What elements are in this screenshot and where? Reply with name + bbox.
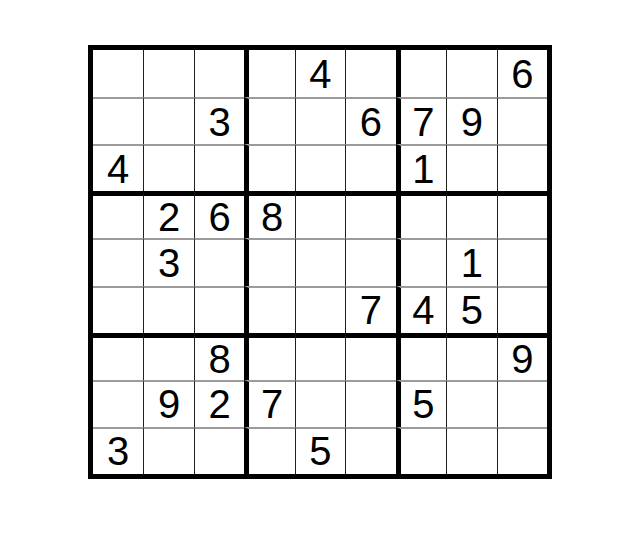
cell-r5c4[interactable] — [244, 238, 294, 285]
cell-r9c1: 3 — [93, 427, 143, 474]
cell-r1c5: 4 — [295, 50, 345, 97]
cell-r6c9[interactable] — [497, 286, 547, 333]
cell-r2c1[interactable] — [93, 97, 143, 144]
cell-r8c9[interactable] — [497, 380, 547, 427]
cell-r8c3: 2 — [194, 380, 244, 427]
cell-r6c2[interactable] — [143, 286, 193, 333]
cell-r3c2[interactable] — [143, 144, 193, 191]
cell-r4c4: 8 — [244, 191, 294, 238]
cell-r3c9[interactable] — [497, 144, 547, 191]
cell-r4c8[interactable] — [446, 191, 496, 238]
cell-r7c6[interactable] — [345, 333, 395, 380]
cell-r7c3: 8 — [194, 333, 244, 380]
cell-r8c6[interactable] — [345, 380, 395, 427]
cell-r2c5[interactable] — [295, 97, 345, 144]
cell-r5c2: 3 — [143, 238, 193, 285]
cell-r3c7: 1 — [396, 144, 446, 191]
cell-r5c1[interactable] — [93, 238, 143, 285]
cell-r5c6[interactable] — [345, 238, 395, 285]
cell-r9c6[interactable] — [345, 427, 395, 474]
cell-r1c4[interactable] — [244, 50, 294, 97]
cell-r8c1[interactable] — [93, 380, 143, 427]
cell-r5c7[interactable] — [396, 238, 446, 285]
cell-r4c6[interactable] — [345, 191, 395, 238]
cell-r7c8[interactable] — [446, 333, 496, 380]
cell-r7c9: 9 — [497, 333, 547, 380]
cell-r3c5[interactable] — [295, 144, 345, 191]
cell-r9c9[interactable] — [497, 427, 547, 474]
cell-r6c5[interactable] — [295, 286, 345, 333]
cell-r8c2: 9 — [143, 380, 193, 427]
cell-r6c1[interactable] — [93, 286, 143, 333]
cell-r4c9[interactable] — [497, 191, 547, 238]
cell-r1c9: 6 — [497, 50, 547, 97]
cell-r9c5: 5 — [295, 427, 345, 474]
cell-r9c8[interactable] — [446, 427, 496, 474]
cell-r5c9[interactable] — [497, 238, 547, 285]
cell-r4c2: 2 — [143, 191, 193, 238]
cell-r8c7: 5 — [396, 380, 446, 427]
cell-r4c7[interactable] — [396, 191, 446, 238]
cell-r1c3[interactable] — [194, 50, 244, 97]
cell-r5c3[interactable] — [194, 238, 244, 285]
cell-r1c7[interactable] — [396, 50, 446, 97]
sudoku-board: 463679412683174589927535 — [88, 45, 552, 479]
cell-r6c3[interactable] — [194, 286, 244, 333]
cell-r9c4[interactable] — [244, 427, 294, 474]
cell-r8c5[interactable] — [295, 380, 345, 427]
cell-r3c3[interactable] — [194, 144, 244, 191]
cell-r2c8: 9 — [446, 97, 496, 144]
cell-r7c4[interactable] — [244, 333, 294, 380]
cell-r9c7[interactable] — [396, 427, 446, 474]
cell-r1c8[interactable] — [446, 50, 496, 97]
cell-r5c5[interactable] — [295, 238, 345, 285]
cell-r3c8[interactable] — [446, 144, 496, 191]
cell-r9c2[interactable] — [143, 427, 193, 474]
cell-r7c1[interactable] — [93, 333, 143, 380]
cell-r2c3: 3 — [194, 97, 244, 144]
cell-r6c8: 5 — [446, 286, 496, 333]
cell-r6c4[interactable] — [244, 286, 294, 333]
cell-r2c9[interactable] — [497, 97, 547, 144]
cell-r7c7[interactable] — [396, 333, 446, 380]
cell-r1c1[interactable] — [93, 50, 143, 97]
cell-r4c5[interactable] — [295, 191, 345, 238]
cell-r2c2[interactable] — [143, 97, 193, 144]
cell-r9c3[interactable] — [194, 427, 244, 474]
cell-r7c2[interactable] — [143, 333, 193, 380]
cell-r2c7: 7 — [396, 97, 446, 144]
cell-r4c3: 6 — [194, 191, 244, 238]
cell-r2c4[interactable] — [244, 97, 294, 144]
cell-r6c7: 4 — [396, 286, 446, 333]
cell-r6c6: 7 — [345, 286, 395, 333]
cell-r5c8: 1 — [446, 238, 496, 285]
cell-r4c1[interactable] — [93, 191, 143, 238]
cell-r8c4: 7 — [244, 380, 294, 427]
cell-r1c2[interactable] — [143, 50, 193, 97]
cell-r8c8[interactable] — [446, 380, 496, 427]
cell-r7c5[interactable] — [295, 333, 345, 380]
cell-r1c6[interactable] — [345, 50, 395, 97]
cell-r2c6: 6 — [345, 97, 395, 144]
cell-r3c6[interactable] — [345, 144, 395, 191]
cell-r3c1: 4 — [93, 144, 143, 191]
cell-r3c4[interactable] — [244, 144, 294, 191]
